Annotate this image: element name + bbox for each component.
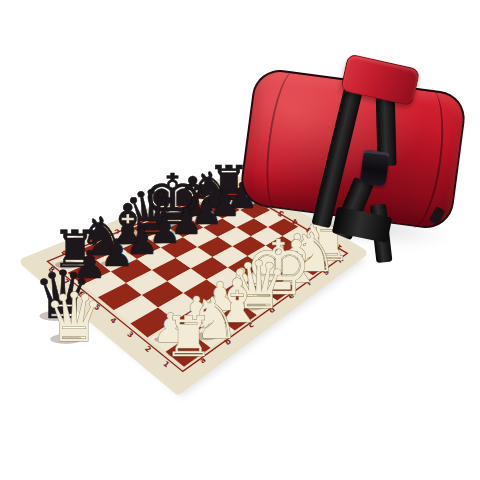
bag-end-seam-left bbox=[259, 68, 313, 213]
zipper-pull-icon bbox=[429, 206, 446, 225]
white-r-a1[interactable]: ♜ bbox=[163, 304, 213, 369]
spare-white-q[interactable]: ♛ bbox=[44, 278, 105, 357]
product-photo-scene: aa11bb22cc33dd44ee55ff66gg77hh88♜♞♟♝♟♟♚♟… bbox=[0, 0, 480, 480]
chess-bag[interactable] bbox=[238, 67, 468, 232]
strap-buckle-icon bbox=[360, 149, 390, 186]
